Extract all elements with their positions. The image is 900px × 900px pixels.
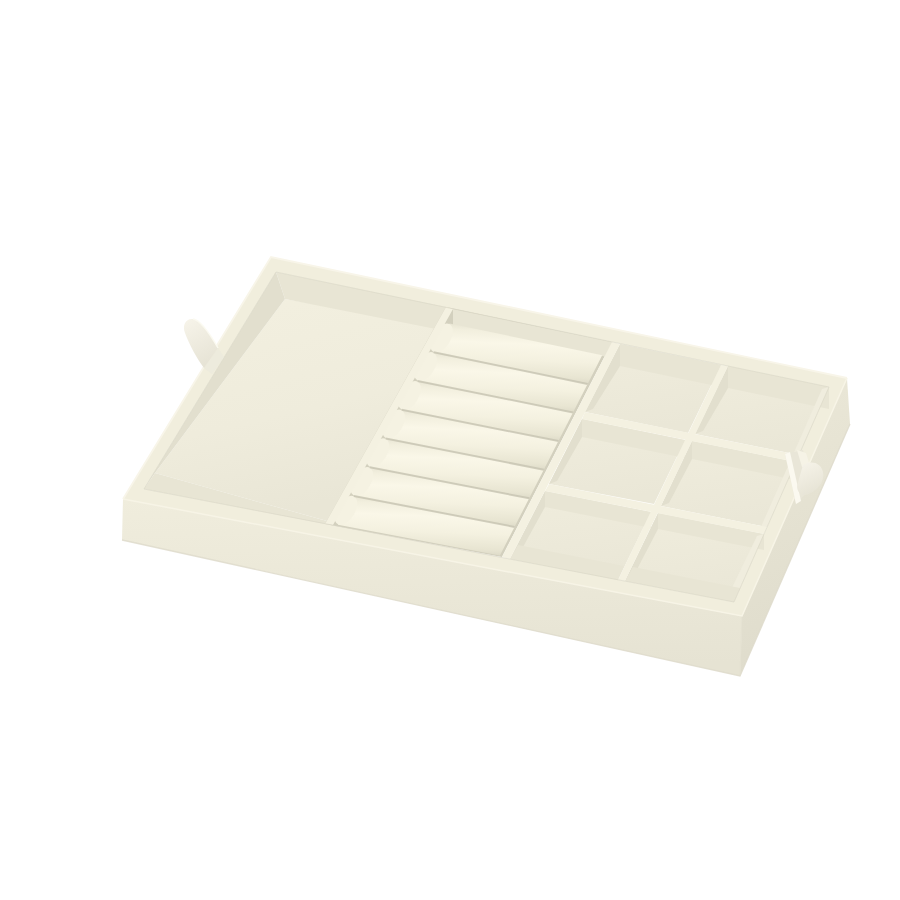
tray-svg: Cream velvet jewellery organizer tray Th… [40,16,900,900]
jewelry-tray-photo: Three-quarter overhead view of a shallow… [40,16,900,900]
